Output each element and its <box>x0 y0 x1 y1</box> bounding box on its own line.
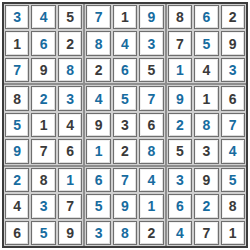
sudoku-box-9: 395628471 <box>167 167 246 246</box>
cell-r2c8[interactable]: 5 <box>194 31 218 55</box>
cell-r1c8[interactable]: 6 <box>194 5 218 29</box>
cell-r9c8[interactable]: 7 <box>194 221 218 245</box>
cell-r8c6[interactable]: 1 <box>139 194 163 218</box>
cell-r3c6[interactable]: 5 <box>139 58 163 82</box>
cell-r1c5[interactable]: 1 <box>113 5 137 29</box>
cell-r9c2[interactable]: 5 <box>31 221 55 245</box>
sudoku-box-5: 457936128 <box>85 85 164 164</box>
cell-r5c5[interactable]: 3 <box>113 113 137 137</box>
cell-r6c2[interactable]: 7 <box>31 139 55 163</box>
cell-r6c6[interactable]: 8 <box>139 139 163 163</box>
cell-r9c3[interactable]: 9 <box>58 221 82 245</box>
cell-r3c3[interactable]: 8 <box>58 58 82 82</box>
cell-r9c1[interactable]: 6 <box>5 221 29 245</box>
cell-r1c4[interactable]: 7 <box>86 5 110 29</box>
cell-r5c7[interactable]: 2 <box>168 113 192 137</box>
cell-r3c4[interactable]: 2 <box>86 58 110 82</box>
cell-r8c2[interactable]: 3 <box>31 194 55 218</box>
cell-r7c4[interactable]: 6 <box>86 168 110 192</box>
cell-r6c1[interactable]: 9 <box>5 139 29 163</box>
cell-r6c3[interactable]: 6 <box>58 139 82 163</box>
sudoku-box-3: 862759143 <box>167 4 246 83</box>
cell-r8c3[interactable]: 7 <box>58 194 82 218</box>
cell-r1c6[interactable]: 9 <box>139 5 163 29</box>
cell-r5c1[interactable]: 5 <box>5 113 29 137</box>
sudoku-board: 345162798 719843265 862759143 823514976 … <box>2 2 248 248</box>
cell-r7c3[interactable]: 1 <box>58 168 82 192</box>
cell-r6c5[interactable]: 2 <box>113 139 137 163</box>
cell-r9c6[interactable]: 2 <box>139 221 163 245</box>
cell-r7c9[interactable]: 5 <box>221 168 245 192</box>
cell-r5c9[interactable]: 7 <box>221 113 245 137</box>
cell-r7c2[interactable]: 8 <box>31 168 55 192</box>
cell-r9c7[interactable]: 4 <box>168 221 192 245</box>
cell-r4c5[interactable]: 5 <box>113 86 137 110</box>
cell-r7c6[interactable]: 4 <box>139 168 163 192</box>
cell-r5c4[interactable]: 9 <box>86 113 110 137</box>
cell-r8c5[interactable]: 9 <box>113 194 137 218</box>
cell-r3c9[interactable]: 3 <box>221 58 245 82</box>
cell-r1c1[interactable]: 3 <box>5 5 29 29</box>
cell-r2c9[interactable]: 9 <box>221 31 245 55</box>
cell-r9c4[interactable]: 3 <box>86 221 110 245</box>
cell-r8c9[interactable]: 8 <box>221 194 245 218</box>
cell-r4c7[interactable]: 9 <box>168 86 192 110</box>
cell-r3c8[interactable]: 4 <box>194 58 218 82</box>
sudoku-box-2: 719843265 <box>85 4 164 83</box>
cell-r7c5[interactable]: 7 <box>113 168 137 192</box>
cell-r4c9[interactable]: 6 <box>221 86 245 110</box>
cell-r2c7[interactable]: 7 <box>168 31 192 55</box>
cell-r8c7[interactable]: 6 <box>168 194 192 218</box>
cell-r2c3[interactable]: 2 <box>58 31 82 55</box>
cell-r4c4[interactable]: 4 <box>86 86 110 110</box>
cell-r5c6[interactable]: 6 <box>139 113 163 137</box>
cell-r2c4[interactable]: 8 <box>86 31 110 55</box>
cell-r2c2[interactable]: 6 <box>31 31 55 55</box>
cell-r2c1[interactable]: 1 <box>5 31 29 55</box>
cell-r8c1[interactable]: 4 <box>5 194 29 218</box>
cell-r5c2[interactable]: 1 <box>31 113 55 137</box>
cell-r4c3[interactable]: 3 <box>58 86 82 110</box>
sudoku-box-8: 674591382 <box>85 167 164 246</box>
cell-r4c1[interactable]: 8 <box>5 86 29 110</box>
cell-r1c3[interactable]: 5 <box>58 5 82 29</box>
sudoku-box-1: 345162798 <box>4 4 83 83</box>
cell-r2c6[interactable]: 3 <box>139 31 163 55</box>
cell-r5c3[interactable]: 4 <box>58 113 82 137</box>
cell-r9c5[interactable]: 8 <box>113 221 137 245</box>
cell-r4c2[interactable]: 2 <box>31 86 55 110</box>
cell-r3c5[interactable]: 6 <box>113 58 137 82</box>
cell-r1c7[interactable]: 8 <box>168 5 192 29</box>
cell-r7c8[interactable]: 9 <box>194 168 218 192</box>
cell-r4c6[interactable]: 7 <box>139 86 163 110</box>
cell-r3c1[interactable]: 7 <box>5 58 29 82</box>
sudoku-box-4: 823514976 <box>4 85 83 164</box>
cell-r1c2[interactable]: 4 <box>31 5 55 29</box>
cell-r9c9[interactable]: 1 <box>221 221 245 245</box>
cell-r6c8[interactable]: 3 <box>194 139 218 163</box>
cell-r5c8[interactable]: 8 <box>194 113 218 137</box>
cell-r7c1[interactable]: 2 <box>5 168 29 192</box>
cell-r3c7[interactable]: 1 <box>168 58 192 82</box>
cell-r7c7[interactable]: 3 <box>168 168 192 192</box>
cell-r6c7[interactable]: 5 <box>168 139 192 163</box>
cell-r2c5[interactable]: 4 <box>113 31 137 55</box>
cell-r4c8[interactable]: 1 <box>194 86 218 110</box>
cell-r8c8[interactable]: 2 <box>194 194 218 218</box>
sudoku-box-7: 281437659 <box>4 167 83 246</box>
cell-r3c2[interactable]: 9 <box>31 58 55 82</box>
cell-r1c9[interactable]: 2 <box>221 5 245 29</box>
sudoku-box-6: 916287534 <box>167 85 246 164</box>
cell-r6c9[interactable]: 4 <box>221 139 245 163</box>
cell-r8c4[interactable]: 5 <box>86 194 110 218</box>
cell-r6c4[interactable]: 1 <box>86 139 110 163</box>
